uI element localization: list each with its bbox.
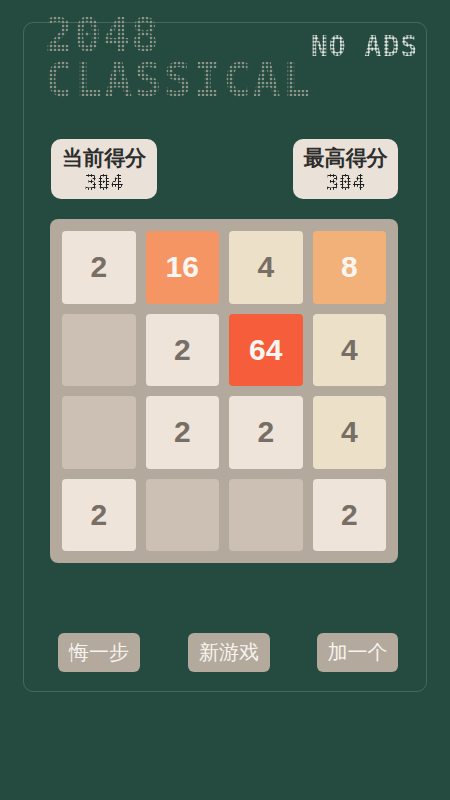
tile-2: 2	[62, 479, 136, 552]
best-score-panel: 最高得分 304	[293, 139, 398, 199]
empty-cell	[146, 479, 220, 552]
tile-2: 2	[313, 479, 387, 552]
tile-2: 2	[146, 314, 220, 387]
undo-button[interactable]: 悔一步	[58, 633, 140, 672]
tile-4: 4	[313, 396, 387, 469]
best-score-label: 最高得分	[304, 145, 388, 171]
app-title-2048: 2048	[45, 12, 160, 58]
tile-64: 64	[229, 314, 303, 387]
tile-2: 2	[62, 231, 136, 304]
game-board[interactable]: 21648264422422	[50, 219, 398, 563]
best-score-value: 304	[326, 171, 366, 195]
empty-cell	[62, 314, 136, 387]
tile-2: 2	[146, 396, 220, 469]
tile-8: 8	[313, 231, 387, 304]
tile-2: 2	[229, 396, 303, 469]
current-score-label: 当前得分	[62, 145, 146, 171]
current-score-panel: 当前得分 304	[51, 139, 157, 199]
screen: 2048 CLASSICAL NO ADS 当前得分 304 最高得分 304 …	[0, 0, 450, 800]
empty-cell	[229, 479, 303, 552]
tile-4: 4	[313, 314, 387, 387]
tile-16: 16	[146, 231, 220, 304]
current-score-value: 304	[84, 171, 124, 195]
no-ads-button[interactable]: NO ADS	[311, 33, 418, 61]
app-title-classical: CLASSICAL	[45, 57, 312, 103]
empty-cell	[62, 396, 136, 469]
tile-4: 4	[229, 231, 303, 304]
add-one-button[interactable]: 加一个	[317, 633, 398, 672]
new-game-button[interactable]: 新游戏	[188, 633, 270, 672]
